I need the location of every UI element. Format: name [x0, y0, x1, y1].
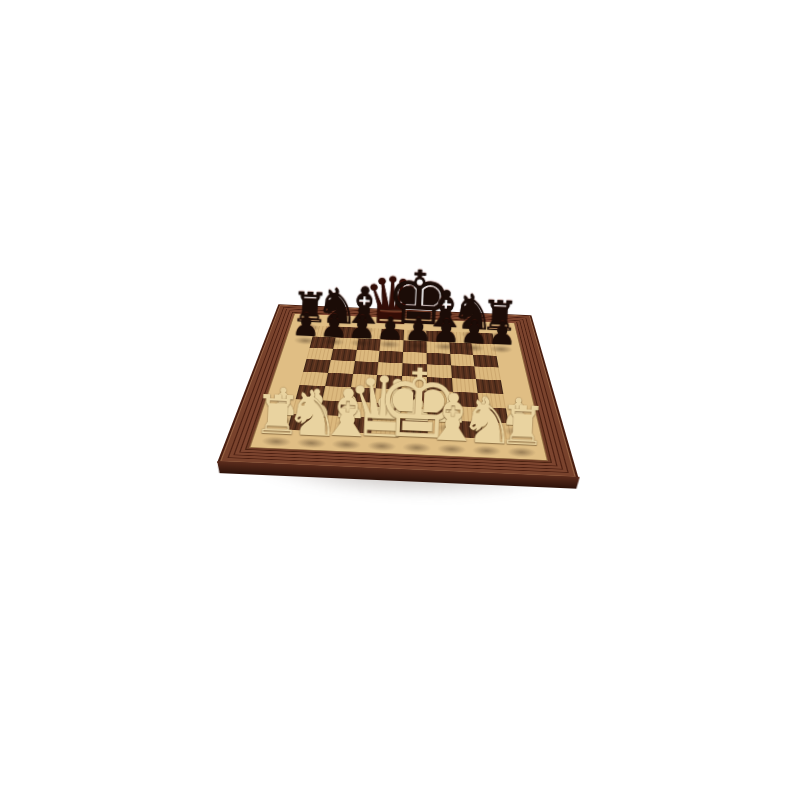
black-pawn-b7-icon: ♟	[319, 310, 349, 343]
black-pawn-d7-icon: ♟	[375, 313, 405, 346]
photo-canvas: ♜♞♝♛♚♝♞♜♟♟♟♟♟♟♟♟♟♟♟♟♟♟♟♟♜♞♝♛♚♝♞♜	[0, 0, 800, 800]
black-pawn-h7-icon: ♟	[487, 318, 517, 351]
black-pawn-a7-icon: ♟	[291, 309, 321, 342]
square-h6	[473, 355, 499, 368]
black-pawn-f7-icon: ♟	[431, 315, 461, 348]
black-pawn-g7-icon: ♟	[459, 316, 489, 349]
black-pawn-e7-icon: ♟	[403, 314, 433, 347]
square-a5	[303, 359, 330, 373]
square-a6	[306, 347, 333, 360]
black-pawn-c7-icon: ♟	[347, 311, 377, 344]
white-rook-h1-icon: ♜	[497, 399, 547, 454]
square-h5	[475, 367, 501, 381]
